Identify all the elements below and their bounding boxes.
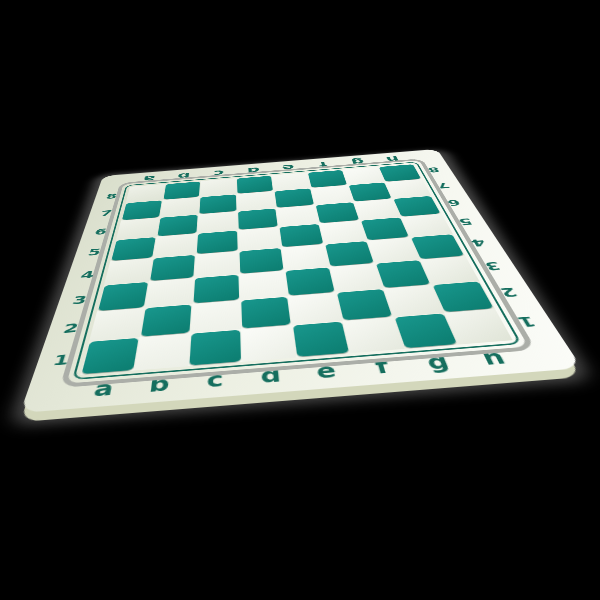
- file-label-bottom-e: e: [296, 353, 358, 390]
- square-a4[interactable]: [104, 258, 153, 285]
- square-e3[interactable]: [286, 267, 335, 295]
- square-b3[interactable]: [145, 278, 195, 308]
- square-b2[interactable]: [141, 304, 191, 336]
- square-d2[interactable]: [241, 297, 290, 328]
- rank-label-left-8: 8: [93, 187, 130, 206]
- file-label-bottom-h: h: [459, 340, 531, 377]
- square-b4[interactable]: [150, 255, 195, 281]
- square-a1[interactable]: [82, 338, 139, 374]
- square-h3[interactable]: [420, 256, 479, 285]
- square-b1[interactable]: [134, 333, 190, 370]
- scene: abcdefgh abcdefgh 87654321 87654321: [0, 0, 600, 600]
- square-c4[interactable]: [194, 251, 239, 278]
- square-d3[interactable]: [239, 270, 288, 299]
- square-e4[interactable]: [281, 244, 329, 270]
- file-label-bottom-c: c: [186, 362, 243, 400]
- square-f2[interactable]: [337, 289, 392, 320]
- square-f4[interactable]: [325, 241, 373, 266]
- file-label-bottom-a: a: [71, 371, 134, 409]
- square-d1[interactable]: [241, 325, 296, 362]
- square-h4[interactable]: [411, 234, 464, 259]
- square-c3[interactable]: [194, 275, 240, 303]
- square-f1[interactable]: [343, 317, 405, 353]
- file-label-bottom-f: f: [350, 349, 415, 386]
- square-d4[interactable]: [240, 248, 284, 273]
- rank-label-left-7: 7: [86, 203, 125, 223]
- square-e5[interactable]: [280, 224, 324, 247]
- square-f3[interactable]: [330, 263, 384, 292]
- square-a3[interactable]: [98, 282, 148, 311]
- square-c2[interactable]: [190, 300, 241, 333]
- square-b5[interactable]: [153, 233, 197, 257]
- square-a2[interactable]: [89, 308, 145, 342]
- square-h5[interactable]: [401, 214, 453, 237]
- square-c1[interactable]: [189, 330, 241, 366]
- square-e2[interactable]: [288, 292, 343, 325]
- file-label-bottom-g: g: [404, 345, 473, 382]
- chessboard: abcdefgh abcdefgh 87654321 87654321: [20, 149, 582, 413]
- board-field: [80, 164, 512, 375]
- square-e1[interactable]: [293, 322, 349, 357]
- square-c5[interactable]: [197, 231, 238, 254]
- file-label-bottom-b: b: [129, 366, 189, 404]
- file-label-bottom-d: d: [242, 358, 300, 396]
- square-f5[interactable]: [319, 220, 367, 244]
- square-d5[interactable]: [238, 227, 281, 251]
